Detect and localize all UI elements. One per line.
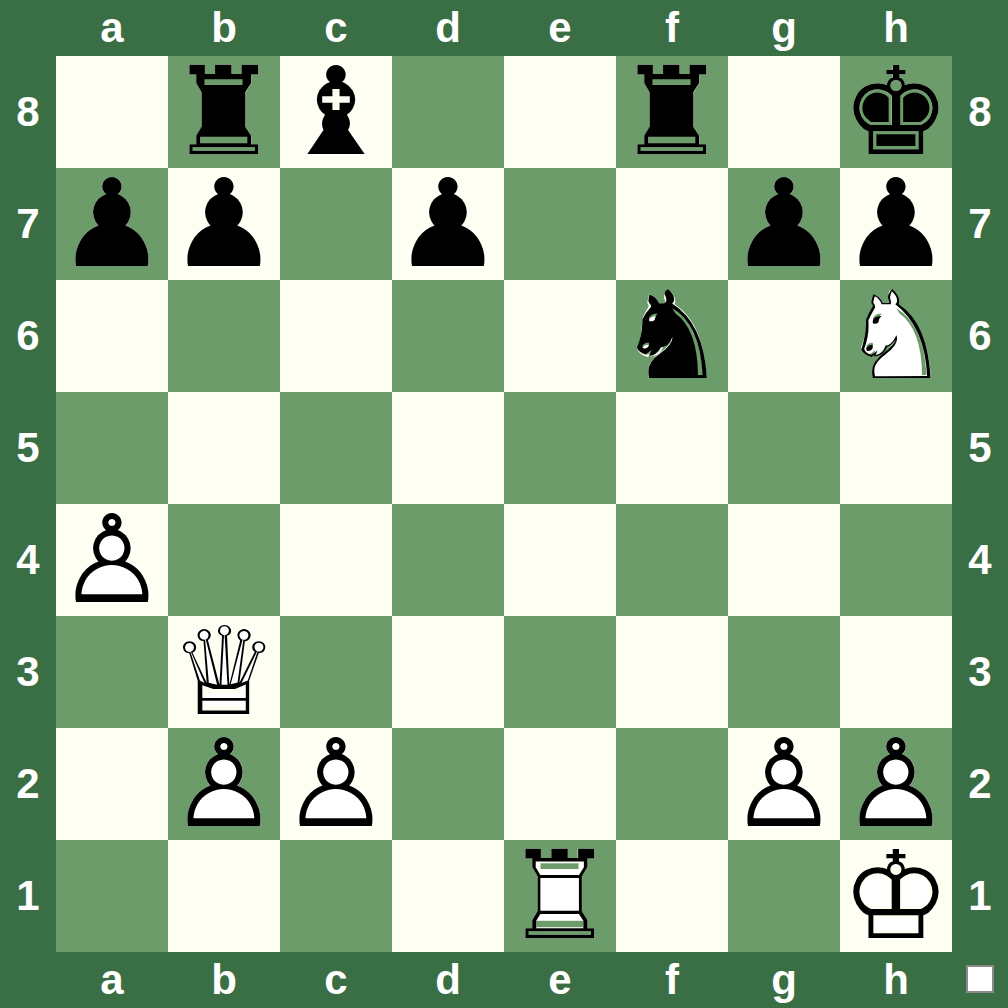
square-c3[interactable] (280, 616, 392, 728)
chess-board-frame: abcdefgh abcdefgh 87654321 87654321 ♖♜♗♝… (0, 0, 1008, 1008)
square-a5[interactable] (56, 392, 168, 504)
square-h1[interactable]: ♚♔ (840, 840, 952, 952)
piece-black-pawn[interactable]: ♙♟ (840, 168, 952, 280)
square-e7[interactable] (504, 168, 616, 280)
square-c5[interactable] (280, 392, 392, 504)
rank-labels-right: 87654321 (952, 56, 1008, 952)
file-label-g: g (728, 952, 840, 1008)
white-pawn-glyph: ♙ (56, 504, 168, 616)
rank-label-3: 3 (952, 616, 1008, 728)
square-c4[interactable] (280, 504, 392, 616)
square-h6[interactable]: ♞♘ (840, 280, 952, 392)
piece-black-rook[interactable]: ♖♜ (168, 56, 280, 168)
square-e6[interactable] (504, 280, 616, 392)
square-d4[interactable] (392, 504, 504, 616)
piece-white-pawn[interactable]: ♟♙ (280, 728, 392, 840)
black-pawn-glyph: ♟ (56, 168, 168, 280)
square-g4[interactable] (728, 504, 840, 616)
black-pawn-glyph: ♟ (840, 168, 952, 280)
piece-white-pawn[interactable]: ♟♙ (728, 728, 840, 840)
black-pawn-glyph: ♟ (392, 168, 504, 280)
square-b5[interactable] (168, 392, 280, 504)
white-knight-glyph: ♘ (840, 280, 952, 392)
rank-label-2: 2 (952, 728, 1008, 840)
piece-white-king[interactable]: ♚♔ (840, 840, 952, 952)
white-pawn-glyph: ♙ (840, 728, 952, 840)
square-f1[interactable] (616, 840, 728, 952)
white-queen-glyph: ♕ (168, 616, 280, 728)
piece-black-pawn[interactable]: ♙♟ (56, 168, 168, 280)
square-e2[interactable] (504, 728, 616, 840)
square-c7[interactable] (280, 168, 392, 280)
square-e8[interactable] (504, 56, 616, 168)
piece-white-pawn[interactable]: ♟♙ (840, 728, 952, 840)
white-pawn-glyph: ♙ (280, 728, 392, 840)
square-g1[interactable] (728, 840, 840, 952)
square-b7[interactable]: ♙♟ (168, 168, 280, 280)
piece-white-rook[interactable]: ♜♖ (504, 840, 616, 952)
square-b1[interactable] (168, 840, 280, 952)
black-pawn-glyph: ♟ (728, 168, 840, 280)
square-d3[interactable] (392, 616, 504, 728)
square-g6[interactable] (728, 280, 840, 392)
square-f3[interactable] (616, 616, 728, 728)
rank-labels-left: 87654321 (0, 56, 56, 952)
piece-black-king[interactable]: ♔♚ (840, 56, 952, 168)
square-f2[interactable] (616, 728, 728, 840)
square-h4[interactable] (840, 504, 952, 616)
square-a8[interactable] (56, 56, 168, 168)
piece-white-queen[interactable]: ♛♕ (168, 616, 280, 728)
square-h8[interactable]: ♔♚ (840, 56, 952, 168)
square-d7[interactable]: ♙♟ (392, 168, 504, 280)
square-b6[interactable] (168, 280, 280, 392)
square-h5[interactable] (840, 392, 952, 504)
square-d8[interactable] (392, 56, 504, 168)
square-h3[interactable] (840, 616, 952, 728)
square-d5[interactable] (392, 392, 504, 504)
rank-label-1: 1 (0, 840, 56, 952)
file-label-c: c (280, 952, 392, 1008)
square-c2[interactable]: ♟♙ (280, 728, 392, 840)
square-d2[interactable] (392, 728, 504, 840)
black-rook-glyph: ♜ (168, 56, 280, 168)
square-g8[interactable] (728, 56, 840, 168)
file-label-a: a (56, 952, 168, 1008)
square-a2[interactable] (56, 728, 168, 840)
piece-black-pawn[interactable]: ♙♟ (392, 168, 504, 280)
square-f4[interactable] (616, 504, 728, 616)
square-b2[interactable]: ♟♙ (168, 728, 280, 840)
file-label-f: f (616, 952, 728, 1008)
file-label-g: g (728, 0, 840, 56)
black-knight-glyph: ♞ (616, 280, 728, 392)
black-king-glyph: ♚ (840, 56, 952, 168)
black-bishop-glyph: ♝ (280, 56, 392, 168)
square-b3[interactable]: ♛♕ (168, 616, 280, 728)
rank-label-7: 7 (952, 168, 1008, 280)
piece-black-pawn[interactable]: ♙♟ (168, 168, 280, 280)
square-c1[interactable] (280, 840, 392, 952)
white-pawn-glyph: ♙ (168, 728, 280, 840)
file-label-e: e (504, 0, 616, 56)
square-g3[interactable] (728, 616, 840, 728)
square-a3[interactable] (56, 616, 168, 728)
file-label-a: a (56, 0, 168, 56)
rank-label-8: 8 (952, 56, 1008, 168)
rank-label-4: 4 (952, 504, 1008, 616)
white-to-move-indicator (966, 965, 994, 993)
square-d1[interactable] (392, 840, 504, 952)
file-label-d: d (392, 952, 504, 1008)
rank-label-1: 1 (952, 840, 1008, 952)
square-b8[interactable]: ♖♜ (168, 56, 280, 168)
white-rook-glyph: ♖ (504, 840, 616, 952)
rank-label-7: 7 (0, 168, 56, 280)
square-e3[interactable] (504, 616, 616, 728)
square-h7[interactable]: ♙♟ (840, 168, 952, 280)
piece-white-pawn[interactable]: ♟♙ (56, 504, 168, 616)
rank-label-5: 5 (0, 392, 56, 504)
rank-label-6: 6 (952, 280, 1008, 392)
square-h2[interactable]: ♟♙ (840, 728, 952, 840)
square-a7[interactable]: ♙♟ (56, 168, 168, 280)
square-c8[interactable]: ♗♝ (280, 56, 392, 168)
piece-black-pawn[interactable]: ♙♟ (728, 168, 840, 280)
square-c6[interactable] (280, 280, 392, 392)
square-e1[interactable]: ♜♖ (504, 840, 616, 952)
white-king-glyph: ♔ (840, 840, 952, 952)
file-label-b: b (168, 952, 280, 1008)
square-f8[interactable]: ♖♜ (616, 56, 728, 168)
square-e4[interactable] (504, 504, 616, 616)
rank-label-8: 8 (0, 56, 56, 168)
rank-label-3: 3 (0, 616, 56, 728)
rank-label-2: 2 (0, 728, 56, 840)
piece-black-rook[interactable]: ♖♜ (616, 56, 728, 168)
square-f5[interactable] (616, 392, 728, 504)
file-label-d: d (392, 0, 504, 56)
chess-board[interactable]: ♖♜♗♝♖♜♔♚♙♟♙♟♙♟♙♟♙♟♘♞♞♘♟♙♛♕♟♙♟♙♟♙♟♙♜♖♚♔ (56, 56, 952, 952)
rank-label-5: 5 (952, 392, 1008, 504)
rank-label-4: 4 (0, 504, 56, 616)
black-pawn-glyph: ♟ (168, 168, 280, 280)
square-g2[interactable]: ♟♙ (728, 728, 840, 840)
file-labels-bottom: abcdefgh (56, 952, 952, 1008)
square-f6[interactable]: ♘♞ (616, 280, 728, 392)
square-a1[interactable] (56, 840, 168, 952)
square-b4[interactable] (168, 504, 280, 616)
square-e5[interactable] (504, 392, 616, 504)
square-a6[interactable] (56, 280, 168, 392)
square-a4[interactable]: ♟♙ (56, 504, 168, 616)
white-pawn-glyph: ♙ (728, 728, 840, 840)
square-g5[interactable] (728, 392, 840, 504)
square-f7[interactable] (616, 168, 728, 280)
piece-black-bishop[interactable]: ♗♝ (280, 56, 392, 168)
piece-white-knight[interactable]: ♞♘ (840, 280, 952, 392)
square-d6[interactable] (392, 280, 504, 392)
square-g7[interactable]: ♙♟ (728, 168, 840, 280)
piece-black-knight[interactable]: ♘♞ (616, 280, 728, 392)
piece-white-pawn[interactable]: ♟♙ (168, 728, 280, 840)
black-rook-glyph: ♜ (616, 56, 728, 168)
rank-label-6: 6 (0, 280, 56, 392)
